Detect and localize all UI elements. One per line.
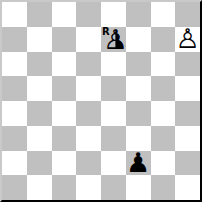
white-pawn-glyph: ♙	[176, 27, 200, 51]
square-h3[interactable]	[175, 126, 200, 151]
square-a6[interactable]	[2, 52, 27, 77]
square-g7[interactable]	[151, 27, 176, 52]
square-e7[interactable]: R♙♟	[101, 27, 126, 52]
square-g8[interactable]	[151, 2, 176, 27]
square-c5[interactable]	[52, 76, 77, 101]
white-pawn-h7: ♙	[176, 27, 200, 51]
square-f1[interactable]	[126, 175, 151, 200]
square-d1[interactable]	[76, 175, 101, 200]
square-d7[interactable]	[76, 27, 101, 52]
square-a2[interactable]	[2, 151, 27, 176]
square-b4[interactable]	[27, 101, 52, 126]
square-c4[interactable]	[52, 101, 77, 126]
square-e8[interactable]	[101, 2, 126, 27]
square-d5[interactable]	[76, 76, 101, 101]
square-b8[interactable]	[27, 2, 52, 27]
square-f7[interactable]	[126, 27, 151, 52]
square-g4[interactable]	[151, 101, 176, 126]
square-b5[interactable]	[27, 76, 52, 101]
square-b1[interactable]	[27, 175, 52, 200]
square-b2[interactable]	[27, 151, 52, 176]
square-b7[interactable]	[27, 27, 52, 52]
square-b6[interactable]	[27, 52, 52, 77]
square-e1[interactable]	[101, 175, 126, 200]
square-f6[interactable]	[126, 52, 151, 77]
square-g5[interactable]	[151, 76, 176, 101]
square-h2[interactable]	[175, 151, 200, 176]
square-f2[interactable]: ♟	[126, 151, 151, 176]
square-d3[interactable]	[76, 126, 101, 151]
square-e6[interactable]	[101, 52, 126, 77]
square-f4[interactable]	[126, 101, 151, 126]
square-g2[interactable]	[151, 151, 176, 176]
square-e5[interactable]	[101, 76, 126, 101]
square-e2[interactable]	[101, 151, 126, 176]
square-a3[interactable]	[2, 126, 27, 151]
square-a8[interactable]	[2, 2, 27, 27]
square-c6[interactable]	[52, 52, 77, 77]
square-f5[interactable]	[126, 76, 151, 101]
square-b3[interactable]	[27, 126, 52, 151]
square-e4[interactable]	[101, 101, 126, 126]
square-c3[interactable]	[52, 126, 77, 151]
square-g1[interactable]	[151, 175, 176, 200]
square-d8[interactable]	[76, 2, 101, 27]
square-c1[interactable]	[52, 175, 77, 200]
chess-board: R♙♟♙♟	[0, 0, 202, 202]
square-c8[interactable]	[52, 2, 77, 27]
black-pawn-f2: ♟	[126, 151, 150, 175]
square-a1[interactable]	[2, 175, 27, 200]
square-e3[interactable]	[101, 126, 126, 151]
square-g6[interactable]	[151, 52, 176, 77]
square-h7[interactable]: ♙	[175, 27, 200, 52]
square-a4[interactable]	[2, 101, 27, 126]
square-h1[interactable]	[175, 175, 200, 200]
square-h4[interactable]	[175, 101, 200, 126]
square-h6[interactable]	[175, 52, 200, 77]
piece-marker-e7: R	[102, 26, 110, 37]
black-pawn-glyph: ♟	[126, 151, 150, 175]
square-c7[interactable]	[52, 27, 77, 52]
square-d4[interactable]	[76, 101, 101, 126]
square-a7[interactable]	[2, 27, 27, 52]
square-c2[interactable]	[52, 151, 77, 176]
square-h5[interactable]	[175, 76, 200, 101]
square-g3[interactable]	[151, 126, 176, 151]
square-d2[interactable]	[76, 151, 101, 176]
square-d6[interactable]	[76, 52, 101, 77]
square-f8[interactable]	[126, 2, 151, 27]
square-a5[interactable]	[2, 76, 27, 101]
